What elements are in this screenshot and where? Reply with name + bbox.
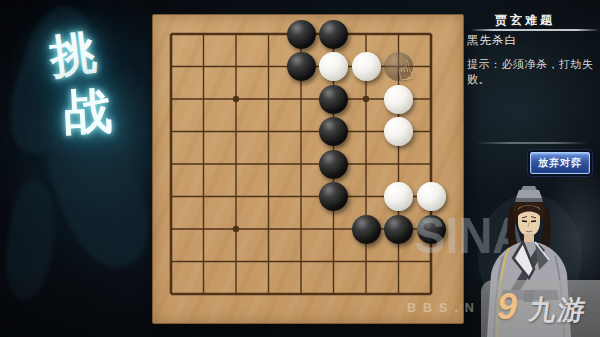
ghost-stone-preview[interactable]: ☝ (384, 52, 413, 81)
go-board[interactable]: ☝ (152, 14, 464, 324)
title-divider (470, 29, 600, 31)
give-up-button[interactable]: 放弃对弈 (530, 152, 590, 174)
white-stone (384, 85, 413, 114)
white-stone (319, 52, 348, 81)
black-stone (287, 52, 316, 81)
black-stone (319, 117, 348, 146)
game-screen: 挑 战 ☝ 贾玄难题 黑先杀白 提示：必须净杀，打劫失败。 放弃对弈 SINA … (0, 0, 600, 337)
black-stone (352, 215, 381, 244)
stones-grid[interactable]: ☝ (155, 18, 448, 311)
bbs-watermark: BBS.N (407, 301, 481, 315)
black-stone (384, 215, 413, 244)
button-divider (476, 142, 588, 144)
challenge-banner-char: 战 (62, 79, 113, 145)
hand-cursor-icon: ☝ (394, 56, 416, 85)
black-stone (319, 150, 348, 179)
black-stone (319, 182, 348, 211)
9game-logo-icon: 9 (497, 286, 517, 328)
black-stone (319, 85, 348, 114)
puzzle-hint-text: 提示：必须净杀，打劫失败。 (467, 57, 600, 87)
puzzle-task-text: 黑先杀白 (467, 33, 517, 48)
white-stone (384, 117, 413, 146)
white-stone (352, 52, 381, 81)
puzzle-title: 贾玄难题 (455, 12, 595, 29)
white-stone (384, 182, 413, 211)
black-stone (287, 20, 316, 49)
black-stone (319, 20, 348, 49)
9game-logo-text: 九游 (526, 292, 589, 328)
challenge-banner-char: 挑 (46, 21, 99, 88)
